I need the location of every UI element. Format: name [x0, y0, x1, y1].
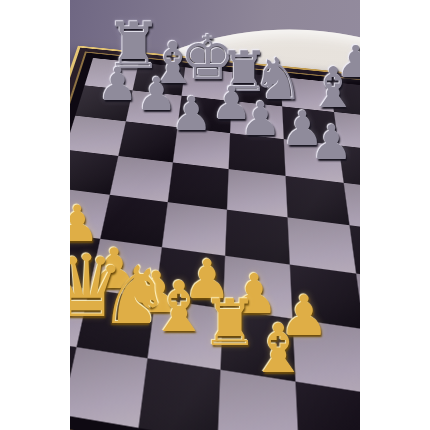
right-white-margin: [360, 0, 430, 430]
left-white-margin: [0, 0, 70, 430]
square-b2: [77, 289, 156, 358]
product-photo-canvas: ♜♟♚♝♜♟♞♝♟♟♟♟♟♟♟♟♟♟♟♛♞♝♟♜♝: [0, 0, 430, 430]
board-trim-line: [70, 51, 360, 430]
chess-photo: ♜♟♚♝♜♟♞♝♟♟♟♟♟♟♟♟♟♟♟♛♞♝♟♜♝: [70, 0, 360, 430]
board-apron: [70, 48, 360, 430]
square-c1: [139, 358, 221, 430]
square-b1: [70, 347, 148, 428]
square-a6: [70, 116, 126, 156]
board-gold-edge: [70, 46, 360, 430]
chess-board: [70, 46, 360, 430]
board-grid: [70, 58, 360, 430]
